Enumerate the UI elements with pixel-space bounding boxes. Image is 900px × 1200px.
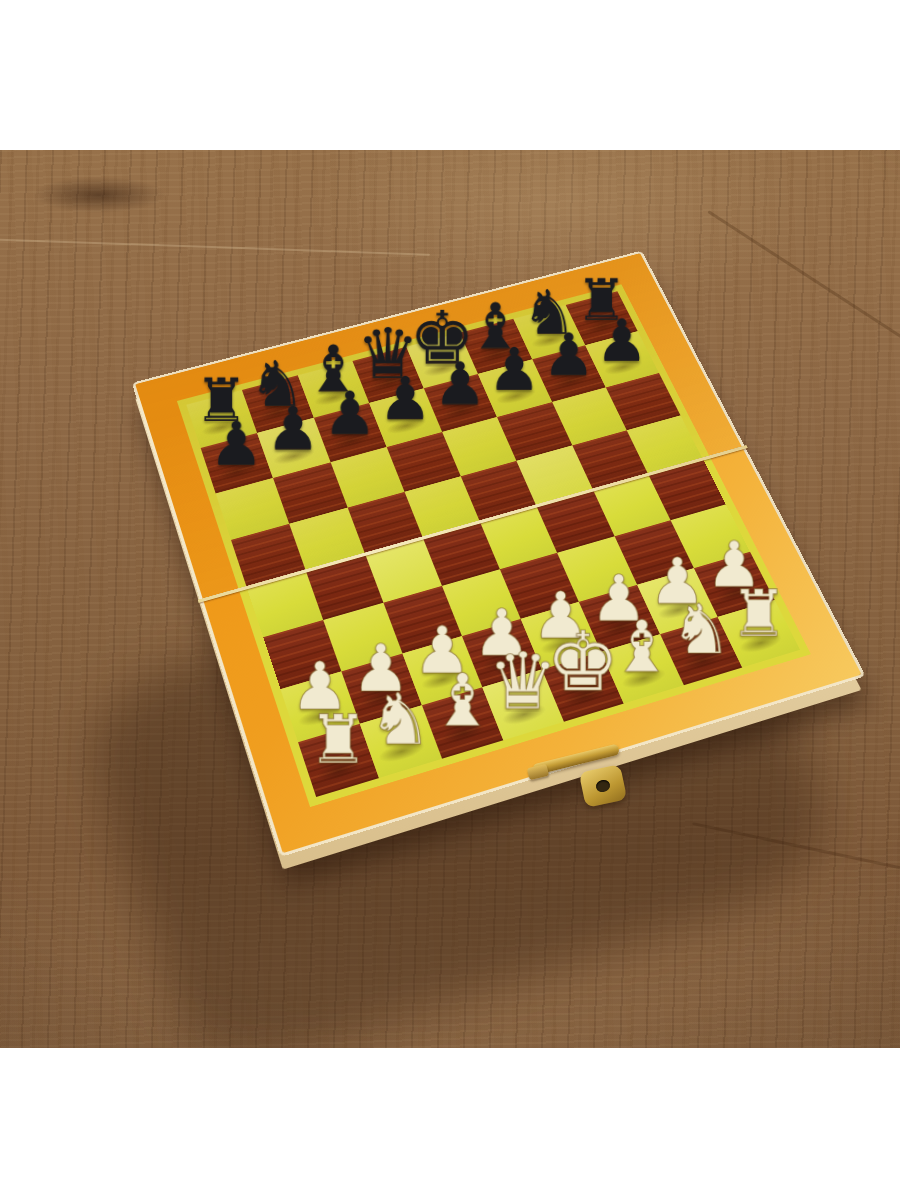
latch-plate bbox=[579, 764, 628, 808]
brass-latch bbox=[528, 738, 646, 816]
page-background: ♜♞♝♛♚♝♞♜♟♟♟♟♟♟♟♟♟♟♟♟♟♟♟♟♜♞♝♛♚♝♞♜ bbox=[0, 0, 900, 1200]
product-photo: ♜♞♝♛♚♝♞♜♟♟♟♟♟♟♟♟♟♟♟♟♟♟♟♟♜♞♝♛♚♝♞♜ bbox=[0, 150, 900, 1048]
chessboard: ♜♞♝♛♚♝♞♜♟♟♟♟♟♟♟♟♟♟♟♟♟♟♟♟♜♞♝♛♚♝♞♜ bbox=[135, 253, 861, 853]
chessboard-3d-wrap: ♜♞♝♛♚♝♞♜♟♟♟♟♟♟♟♟♟♟♟♟♟♟♟♟♜♞♝♛♚♝♞♜ bbox=[170, 212, 790, 832]
latch-hinge-leaf bbox=[527, 764, 549, 780]
latch-keyhole bbox=[595, 779, 611, 794]
